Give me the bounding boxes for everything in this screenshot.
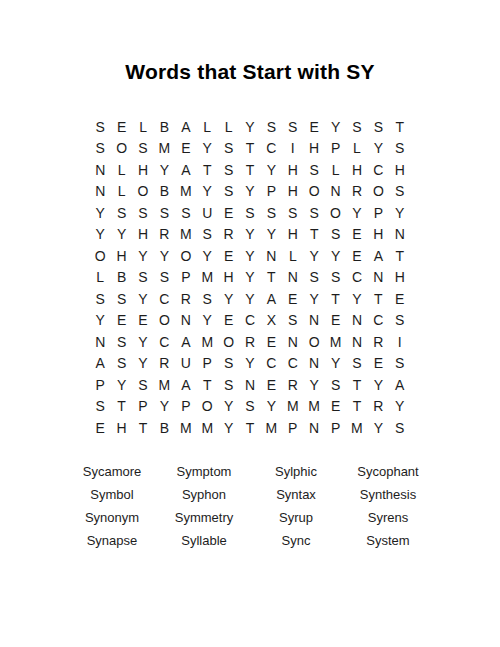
grid-cell[interactable]: L (282, 245, 303, 267)
word-list-item: Synonym (66, 506, 158, 529)
grid-cell[interactable]: O (197, 396, 218, 418)
grid-cell[interactable]: S (175, 202, 196, 224)
grid-cell[interactable]: H (368, 224, 389, 246)
grid-cell[interactable]: S (132, 138, 153, 160)
grid-cell[interactable]: I (282, 138, 303, 160)
word-list-item: Sycophant (342, 460, 434, 483)
grid-cell[interactable]: Y (368, 374, 389, 396)
grid-cell[interactable]: Y (197, 181, 218, 203)
grid-cell[interactable]: N (368, 267, 389, 289)
grid-cell[interactable]: H (282, 181, 303, 203)
grid-cell[interactable]: Y (154, 396, 175, 418)
grid-cell[interactable]: Y (132, 353, 153, 375)
grid-cell[interactable]: S (368, 116, 389, 138)
grid-cell[interactable]: T (239, 417, 260, 439)
word-list-item: Syntax (250, 483, 342, 506)
grid-cell[interactable]: E (111, 116, 132, 138)
grid-cell[interactable]: E (132, 310, 153, 332)
grid-cell[interactable]: O (303, 181, 324, 203)
grid-cell[interactable]: T (261, 267, 282, 289)
word-list-item: Symptom (158, 460, 250, 483)
grid-cell[interactable]: Y (197, 245, 218, 267)
grid-cell[interactable]: M (175, 224, 196, 246)
grid-cell[interactable]: N (282, 331, 303, 353)
grid-cell[interactable]: O (218, 331, 239, 353)
grid-cell[interactable]: Y (261, 396, 282, 418)
grid-cell[interactable]: N (346, 331, 367, 353)
grid-cell[interactable]: Y (218, 288, 239, 310)
grid-cell[interactable]: P (325, 138, 346, 160)
grid-cell[interactable]: A (90, 353, 111, 375)
grid-cell[interactable]: N (175, 310, 196, 332)
word-list-item: Syphon (158, 483, 250, 506)
word-list-item: Synthesis (342, 483, 434, 506)
grid-cell[interactable]: Y (218, 417, 239, 439)
grid-cell[interactable]: E (218, 202, 239, 224)
grid-cell[interactable]: S (90, 138, 111, 160)
grid-cell[interactable]: S (346, 116, 367, 138)
grid-cell[interactable]: O (303, 331, 324, 353)
grid-cell[interactable]: S (111, 202, 132, 224)
grid-cell[interactable]: S (239, 396, 260, 418)
grid-cell[interactable]: N (282, 267, 303, 289)
grid-cell[interactable]: T (239, 159, 260, 181)
grid-cell[interactable]: M (282, 396, 303, 418)
grid-cell[interactable]: P (325, 417, 346, 439)
grid-cell[interactable]: N (90, 181, 111, 203)
grid-cell[interactable]: S (389, 353, 410, 375)
grid-cell[interactable]: Y (346, 202, 367, 224)
grid-cell[interactable]: H (132, 159, 153, 181)
grid-cell[interactable]: Y (111, 224, 132, 246)
grid-cell[interactable]: M (154, 374, 175, 396)
grid-cell[interactable]: Y (303, 374, 324, 396)
grid-cell[interactable]: S (90, 288, 111, 310)
grid-cell[interactable]: S (346, 353, 367, 375)
grid-cell[interactable]: A (175, 374, 196, 396)
puzzle-page: Words that Start with SY SELBALLYSSEYSST… (0, 0, 500, 647)
grid-cell[interactable]: Y (303, 245, 324, 267)
grid-cell[interactable]: U (175, 353, 196, 375)
grid-cell[interactable]: Y (132, 288, 153, 310)
grid-cell[interactable]: C (368, 310, 389, 332)
grid-cell[interactable]: E (389, 288, 410, 310)
grid-cell[interactable]: Y (218, 396, 239, 418)
word-search-grid: SELBALLYSSEYSSTSOSMEYSTCIHPLYSNLHYATSTYH… (0, 116, 500, 439)
grid-cell[interactable]: S (218, 374, 239, 396)
grid-cell[interactable]: M (197, 417, 218, 439)
grid-cell[interactable]: S (154, 267, 175, 289)
grid-cell[interactable]: Y (389, 202, 410, 224)
grid-cell[interactable]: N (90, 331, 111, 353)
grid-cell[interactable]: P (282, 417, 303, 439)
grid-cell[interactable]: Y (154, 159, 175, 181)
grid-cell[interactable]: Y (132, 245, 153, 267)
word-list-item: Sync (250, 529, 342, 552)
grid-cell[interactable]: Y (239, 288, 260, 310)
grid-cell[interactable]: R (346, 181, 367, 203)
grid-cell[interactable]: M (154, 138, 175, 160)
grid-cell[interactable]: Y (325, 116, 346, 138)
grid-cell[interactable]: T (197, 159, 218, 181)
word-list-item: Symbol (66, 483, 158, 506)
grid-cell[interactable]: M (197, 267, 218, 289)
grid-cell[interactable]: S (303, 159, 324, 181)
grid-cell[interactable]: E (111, 310, 132, 332)
grid-cell[interactable]: P (175, 396, 196, 418)
grid-cell[interactable]: Y (368, 417, 389, 439)
grid-cell[interactable]: E (218, 245, 239, 267)
grid-cell[interactable]: R (175, 288, 196, 310)
grid-cell[interactable]: H (132, 224, 153, 246)
grid-cell[interactable]: C (154, 288, 175, 310)
grid-cell[interactable]: E (346, 245, 367, 267)
word-list-item: Syrup (250, 506, 342, 529)
grid-cell[interactable]: Y (325, 353, 346, 375)
grid-cell[interactable]: H (111, 417, 132, 439)
grid-cell[interactable]: S (389, 138, 410, 160)
grid-cell[interactable]: T (346, 396, 367, 418)
grid-cell[interactable]: X (261, 310, 282, 332)
grid-cell[interactable]: N (303, 310, 324, 332)
grid-cell[interactable]: S (325, 374, 346, 396)
grid-cell[interactable]: N (303, 417, 324, 439)
grid-cell[interactable]: E (325, 396, 346, 418)
grid-cell[interactable]: P (132, 396, 153, 418)
puzzle-title: Words that Start with SY (0, 0, 500, 83)
grid-cell[interactable]: H (282, 224, 303, 246)
grid-cell[interactable]: O (132, 181, 153, 203)
grid-cell[interactable]: Y (90, 224, 111, 246)
grid-cell[interactable]: T (389, 245, 410, 267)
grid-cell[interactable]: Y (239, 267, 260, 289)
grid-cell[interactable]: E (175, 138, 196, 160)
word-list-item: System (342, 529, 434, 552)
grid-cell[interactable]: S (303, 267, 324, 289)
word-list: SycamoreSymptomSylphicSycophantSymbolSyp… (0, 460, 500, 552)
grid-cell[interactable]: E (282, 288, 303, 310)
grid-cell[interactable]: Y (325, 245, 346, 267)
grid-cell[interactable]: N (346, 310, 367, 332)
grid-cell[interactable]: S (325, 224, 346, 246)
grid-cell[interactable]: N (389, 224, 410, 246)
grid-cell[interactable]: Y (261, 159, 282, 181)
grid-cell[interactable]: S (218, 353, 239, 375)
grid-cell[interactable]: H (282, 159, 303, 181)
grid-cell[interactable]: S (111, 331, 132, 353)
grid-cell[interactable]: H (303, 138, 324, 160)
grid-cell[interactable]: T (346, 374, 367, 396)
grid-cell[interactable]: S (90, 116, 111, 138)
grid-cell[interactable]: R (154, 224, 175, 246)
grid-cell[interactable]: I (389, 331, 410, 353)
grid-cell[interactable]: P (197, 353, 218, 375)
grid-cell[interactable]: E (303, 116, 324, 138)
grid-cell[interactable]: C (368, 159, 389, 181)
grid-cell[interactable]: H (218, 267, 239, 289)
grid-cell[interactable]: Y (239, 116, 260, 138)
grid-cell[interactable]: O (111, 138, 132, 160)
grid-cell[interactable]: M (175, 181, 196, 203)
grid-cell[interactable]: L (111, 159, 132, 181)
grid-cell[interactable]: S (218, 138, 239, 160)
grid-cell[interactable]: P (368, 202, 389, 224)
word-list-item: Sycamore (66, 460, 158, 483)
grid-cell[interactable]: Y (239, 245, 260, 267)
grid-cell[interactable]: S (261, 116, 282, 138)
grid-cell[interactable]: C (261, 353, 282, 375)
grid-cell[interactable]: Y (239, 353, 260, 375)
grid-cell[interactable]: T (111, 396, 132, 418)
grid-cell[interactable]: H (346, 159, 367, 181)
grid-cell[interactable]: B (154, 417, 175, 439)
grid-cell[interactable]: C (282, 353, 303, 375)
grid-cell[interactable]: S (197, 224, 218, 246)
grid-cell[interactable]: C (154, 331, 175, 353)
grid-cell[interactable]: N (90, 159, 111, 181)
grid-cell[interactable]: Y (261, 224, 282, 246)
grid-cell[interactable]: S (282, 116, 303, 138)
grid-cell[interactable]: E (90, 417, 111, 439)
grid-cell[interactable]: Y (346, 288, 367, 310)
grid-cell[interactable]: Y (197, 138, 218, 160)
grid-cell[interactable]: Y (239, 181, 260, 203)
grid-cell[interactable]: T (197, 374, 218, 396)
grid-cell[interactable]: E (261, 374, 282, 396)
grid-cell[interactable]: R (218, 224, 239, 246)
grid-cell[interactable]: N (239, 374, 260, 396)
grid-cell[interactable]: S (303, 202, 324, 224)
grid-cell[interactable]: S (90, 396, 111, 418)
grid-cell[interactable]: Y (90, 310, 111, 332)
grid-cell[interactable]: Y (368, 138, 389, 160)
grid-cell[interactable]: N (261, 245, 282, 267)
grid-cell[interactable]: Y (111, 374, 132, 396)
grid-cell[interactable]: S (218, 159, 239, 181)
grid-cell[interactable]: Y (90, 202, 111, 224)
grid-cell[interactable]: S (282, 310, 303, 332)
grid-cell[interactable]: A (175, 331, 196, 353)
grid-cell[interactable]: E (261, 331, 282, 353)
grid-cell[interactable]: C (261, 138, 282, 160)
grid-cell[interactable]: M (303, 396, 324, 418)
grid-cell[interactable]: B (154, 116, 175, 138)
grid-cell[interactable]: M (325, 331, 346, 353)
grid-cell[interactable]: R (368, 331, 389, 353)
grid-cell[interactable]: S (261, 202, 282, 224)
grid-cell[interactable]: Y (239, 224, 260, 246)
grid-cell[interactable]: T (389, 116, 410, 138)
grid-cell[interactable]: M (197, 331, 218, 353)
grid-cell[interactable]: P (261, 181, 282, 203)
grid-cell[interactable]: M (261, 417, 282, 439)
grid-cell[interactable]: P (90, 374, 111, 396)
grid-cell[interactable]: C (239, 310, 260, 332)
grid-cell[interactable]: S (389, 181, 410, 203)
grid-cell[interactable]: H (111, 245, 132, 267)
grid-cell[interactable]: Y (132, 331, 153, 353)
grid-cell[interactable]: Y (154, 245, 175, 267)
grid-cell[interactable]: A (389, 374, 410, 396)
grid-cell[interactable]: A (175, 116, 196, 138)
grid-cell[interactable]: R (154, 353, 175, 375)
grid-cell[interactable]: S (111, 288, 132, 310)
grid-cell[interactable]: Y (197, 310, 218, 332)
grid-cell[interactable]: M (346, 417, 367, 439)
grid-cell[interactable]: H (389, 267, 410, 289)
grid-cell[interactable]: S (132, 202, 153, 224)
grid-cell[interactable]: N (303, 353, 324, 375)
grid-cell[interactable]: O (325, 202, 346, 224)
grid-cell[interactable]: L (197, 116, 218, 138)
grid-cell[interactable]: N (325, 181, 346, 203)
grid-cell[interactable]: O (175, 245, 196, 267)
grid-cell[interactable]: T (325, 288, 346, 310)
grid-cell[interactable]: S (325, 267, 346, 289)
grid-cell[interactable]: L (325, 159, 346, 181)
word-list-item: Synapse (66, 529, 158, 552)
grid-cell[interactable]: P (175, 267, 196, 289)
grid-cell[interactable]: S (389, 310, 410, 332)
grid-cell[interactable]: S (197, 288, 218, 310)
word-list-item: Syllable (158, 529, 250, 552)
grid-cell[interactable]: Y (303, 288, 324, 310)
grid-cell[interactable]: S (132, 267, 153, 289)
grid-cell[interactable]: A (175, 159, 196, 181)
grid-cell[interactable]: E (368, 353, 389, 375)
grid-cell[interactable]: B (154, 181, 175, 203)
grid-cell[interactable]: A (368, 245, 389, 267)
grid-cell[interactable]: L (132, 116, 153, 138)
grid-cell[interactable]: E (218, 310, 239, 332)
grid-cell[interactable]: U (197, 202, 218, 224)
word-list-item: Symmetry (158, 506, 250, 529)
word-list-item: Sylphic (250, 460, 342, 483)
grid-cell[interactable]: Y (389, 396, 410, 418)
grid-cell[interactable]: S (111, 353, 132, 375)
grid-cell[interactable]: S (239, 202, 260, 224)
grid-cell[interactable]: S (132, 374, 153, 396)
grid-cell[interactable]: M (175, 417, 196, 439)
grid-cell[interactable]: O (90, 245, 111, 267)
grid-cell[interactable]: O (154, 310, 175, 332)
grid-cell[interactable]: T (132, 417, 153, 439)
grid-cell[interactable]: S (154, 202, 175, 224)
grid-cell[interactable]: O (368, 181, 389, 203)
grid-cell[interactable]: T (239, 138, 260, 160)
grid-cell[interactable]: E (346, 224, 367, 246)
grid-cell[interactable]: L (346, 138, 367, 160)
grid-cell[interactable]: T (303, 224, 324, 246)
grid-cell[interactable]: R (282, 374, 303, 396)
grid-cell[interactable]: H (389, 159, 410, 181)
grid-cell[interactable]: E (325, 310, 346, 332)
grid-cell[interactable]: R (368, 396, 389, 418)
grid-cell[interactable]: S (282, 202, 303, 224)
grid-cell[interactable]: C (346, 267, 367, 289)
grid-cell[interactable]: S (389, 417, 410, 439)
grid-cell[interactable]: S (218, 181, 239, 203)
grid-cell[interactable]: L (111, 181, 132, 203)
grid-cell[interactable]: R (239, 331, 260, 353)
grid-cell[interactable]: B (111, 267, 132, 289)
grid-cell[interactable]: L (90, 267, 111, 289)
grid-cell[interactable]: A (261, 288, 282, 310)
word-list-item: Syrens (342, 506, 434, 529)
grid-cell[interactable]: T (368, 288, 389, 310)
grid-cell[interactable]: L (218, 116, 239, 138)
